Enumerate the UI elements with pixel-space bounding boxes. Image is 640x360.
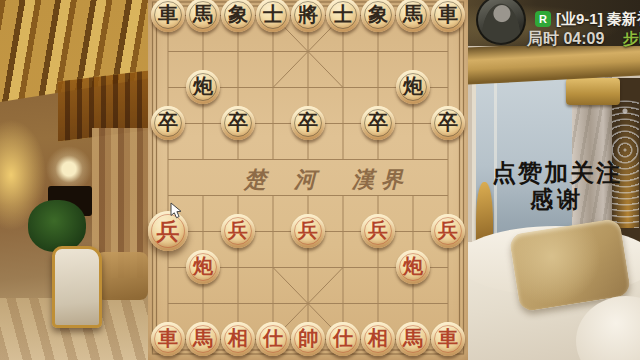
rank-badge: R: [535, 11, 551, 27]
piece-red-相[interactable]: 相: [221, 322, 255, 356]
piece-black-卒[interactable]: 卒: [361, 106, 395, 140]
piece-red-帥[interactable]: 帥: [291, 322, 325, 356]
piece-black-卒[interactable]: 卒: [291, 106, 325, 140]
piece-red-仕[interactable]: 仕: [326, 322, 360, 356]
promo-line2: 感谢: [474, 186, 640, 211]
piece-red-車[interactable]: 車: [431, 322, 465, 356]
piece-red-馬[interactable]: 馬: [396, 322, 430, 356]
streamer-avatar[interactable]: [476, 0, 526, 45]
promo-line1: 点赞加关注: [474, 160, 640, 186]
move-time-label: 步时: [623, 30, 640, 47]
piece-black-卒[interactable]: 卒: [151, 106, 185, 140]
piece-red-炮[interactable]: 炮: [186, 250, 220, 284]
piece-red-兵[interactable]: 兵: [291, 214, 325, 248]
piece-red-馬[interactable]: 馬: [186, 322, 220, 356]
mouse-cursor: [170, 202, 184, 220]
piece-red-炮[interactable]: 炮: [396, 250, 430, 284]
piece-red-兵[interactable]: 兵: [431, 214, 465, 248]
screenshot-stage: 楚河 漢界 車馬象士將士象馬車炮炮卒卒卒卒卒兵兵兵兵兵炮炮車馬相仕帥仕相馬車 R…: [0, 0, 640, 360]
piece-red-兵[interactable]: 兵: [221, 214, 255, 248]
promo-caption: 点赞加关注 感谢: [474, 160, 640, 211]
river-label-han: 漢界: [352, 165, 410, 195]
piece-black-炮[interactable]: 炮: [186, 70, 220, 104]
piece-black-卒[interactable]: 卒: [431, 106, 465, 140]
piece-red-仕[interactable]: 仕: [256, 322, 290, 356]
piece-red-兵[interactable]: 兵: [361, 214, 395, 248]
plant: [28, 200, 86, 252]
game-time-label: 局时: [527, 30, 559, 47]
piece-black-炮[interactable]: 炮: [396, 70, 430, 104]
clock-line: 局时 04:09 步时: [527, 29, 640, 50]
game-time-value: 04:09: [563, 30, 604, 47]
river-labels: 楚河 漢界: [148, 165, 468, 191]
piece-black-卒[interactable]: 卒: [221, 106, 255, 140]
column-capital: [566, 78, 620, 105]
piece-red-車[interactable]: 車: [151, 322, 185, 356]
piece-red-相[interactable]: 相: [361, 322, 395, 356]
gold-chair: [52, 246, 102, 328]
stream-overlay: R [业9-1] 秦新初 局时 04:09 步时: [0, 0, 640, 60]
gold-table: [96, 252, 148, 300]
river-label-chu: 楚河: [244, 165, 344, 195]
player-name: [业9-1] 秦新初: [556, 10, 640, 29]
